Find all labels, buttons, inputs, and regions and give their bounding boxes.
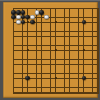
black-stone bbox=[82, 76, 87, 81]
star-point bbox=[55, 77, 57, 79]
white-stone bbox=[35, 10, 40, 15]
star-point bbox=[55, 21, 57, 23]
black-stone bbox=[30, 20, 35, 25]
window-frame-highlight bbox=[0, 0, 100, 1]
star-point bbox=[27, 49, 29, 51]
white-stone bbox=[16, 15, 21, 20]
star-point bbox=[55, 49, 57, 51]
stones-layer bbox=[13, 8, 98, 93]
go-app-window bbox=[0, 0, 100, 100]
go-board[interactable] bbox=[3, 2, 98, 98]
black-stone bbox=[39, 10, 44, 15]
star-point bbox=[27, 21, 29, 23]
black-stone bbox=[25, 76, 30, 81]
black-stone bbox=[82, 20, 87, 25]
white-stone bbox=[30, 15, 35, 20]
white-stone bbox=[16, 20, 21, 25]
star-point bbox=[83, 49, 85, 51]
white-stone bbox=[44, 15, 49, 20]
black-stone bbox=[21, 20, 26, 25]
